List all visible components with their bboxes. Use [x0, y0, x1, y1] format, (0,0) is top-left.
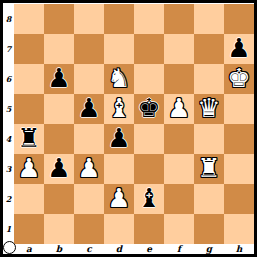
square-f3[interactable]: [164, 154, 194, 184]
square-d4[interactable]: ♟: [104, 124, 134, 154]
square-c3[interactable]: ♟: [74, 154, 104, 184]
square-b6[interactable]: ♟: [44, 64, 74, 94]
square-e8[interactable]: [134, 4, 164, 34]
square-a1[interactable]: [14, 214, 44, 244]
rank-label-4: 4: [3, 124, 14, 154]
rank-labels: 87654321: [3, 4, 14, 244]
square-d1[interactable]: [104, 214, 134, 244]
square-c8[interactable]: [74, 4, 104, 34]
file-label-a: a: [14, 244, 44, 254]
square-c1[interactable]: [74, 214, 104, 244]
rank-label-6: 6: [3, 64, 14, 94]
square-h3[interactable]: [224, 154, 254, 184]
rank-label-1: 1: [3, 214, 14, 244]
square-e1[interactable]: [134, 214, 164, 244]
piece-black-bishop[interactable]: ♝: [137, 185, 160, 211]
square-g3[interactable]: ♜: [194, 154, 224, 184]
square-a5[interactable]: [14, 94, 44, 124]
piece-white-pawn[interactable]: ♟: [77, 155, 100, 181]
square-f1[interactable]: [164, 214, 194, 244]
square-c6[interactable]: [74, 64, 104, 94]
piece-white-king[interactable]: ♚: [227, 65, 250, 91]
square-d5[interactable]: ♝: [104, 94, 134, 124]
file-label-e: e: [134, 244, 164, 254]
piece-white-pawn[interactable]: ♟: [167, 95, 190, 121]
rank-label-8: 8: [3, 4, 14, 34]
chess-board: ♟♟♞♚♟♝♚♟♛♜♟♟♟♟♜♟♝: [14, 4, 254, 244]
square-c5[interactable]: ♟: [74, 94, 104, 124]
file-labels: abcdefgh: [14, 244, 254, 254]
piece-black-pawn[interactable]: ♟: [47, 155, 70, 181]
square-g5[interactable]: ♛: [194, 94, 224, 124]
square-b2[interactable]: [44, 184, 74, 214]
piece-black-pawn[interactable]: ♟: [77, 95, 100, 121]
square-a4[interactable]: ♜: [14, 124, 44, 154]
chess-diagram: 87654321 ♟♟♞♚♟♝♚♟♛♜♟♟♟♟♜♟♝ abcdefgh: [0, 0, 257, 257]
file-label-d: d: [104, 244, 134, 254]
square-a7[interactable]: [14, 34, 44, 64]
square-g7[interactable]: [194, 34, 224, 64]
square-g2[interactable]: [194, 184, 224, 214]
square-h5[interactable]: [224, 94, 254, 124]
square-e2[interactable]: ♝: [134, 184, 164, 214]
square-f6[interactable]: [164, 64, 194, 94]
square-f2[interactable]: [164, 184, 194, 214]
file-label-b: b: [44, 244, 74, 254]
square-b5[interactable]: [44, 94, 74, 124]
square-c4[interactable]: [74, 124, 104, 154]
square-h1[interactable]: [224, 214, 254, 244]
piece-black-pawn[interactable]: ♟: [107, 125, 130, 151]
square-b4[interactable]: [44, 124, 74, 154]
square-h7[interactable]: ♟: [224, 34, 254, 64]
square-d7[interactable]: [104, 34, 134, 64]
rank-label-7: 7: [3, 34, 14, 64]
piece-white-queen[interactable]: ♛: [197, 95, 220, 121]
square-g6[interactable]: [194, 64, 224, 94]
square-f5[interactable]: ♟: [164, 94, 194, 124]
file-label-f: f: [164, 244, 194, 254]
piece-black-king[interactable]: ♚: [137, 95, 160, 121]
square-c7[interactable]: [74, 34, 104, 64]
square-h2[interactable]: [224, 184, 254, 214]
square-e6[interactable]: [134, 64, 164, 94]
rank-label-5: 5: [3, 94, 14, 124]
square-c2[interactable]: [74, 184, 104, 214]
piece-white-pawn[interactable]: ♟: [17, 155, 40, 181]
square-a8[interactable]: [14, 4, 44, 34]
square-b3[interactable]: ♟: [44, 154, 74, 184]
piece-black-pawn[interactable]: ♟: [47, 65, 70, 91]
square-b8[interactable]: [44, 4, 74, 34]
square-e3[interactable]: [134, 154, 164, 184]
piece-white-knight[interactable]: ♞: [107, 65, 130, 91]
square-g1[interactable]: [194, 214, 224, 244]
square-f8[interactable]: [164, 4, 194, 34]
square-h4[interactable]: [224, 124, 254, 154]
square-e5[interactable]: ♚: [134, 94, 164, 124]
piece-white-rook[interactable]: ♜: [197, 155, 220, 181]
square-d2[interactable]: ♟: [104, 184, 134, 214]
piece-black-pawn[interactable]: ♟: [227, 35, 250, 61]
square-d8[interactable]: [104, 4, 134, 34]
file-label-g: g: [194, 244, 224, 254]
square-f7[interactable]: [164, 34, 194, 64]
square-b1[interactable]: [44, 214, 74, 244]
piece-black-rook[interactable]: ♜: [17, 125, 40, 151]
square-h8[interactable]: [224, 4, 254, 34]
square-h6[interactable]: ♚: [224, 64, 254, 94]
square-e4[interactable]: [134, 124, 164, 154]
file-label-c: c: [74, 244, 104, 254]
piece-white-bishop[interactable]: ♝: [107, 95, 130, 121]
white-to-move-indicator: [3, 241, 16, 254]
file-label-h: h: [224, 244, 254, 254]
rank-label-3: 3: [3, 154, 14, 184]
square-e7[interactable]: [134, 34, 164, 64]
square-d3[interactable]: [104, 154, 134, 184]
square-g4[interactable]: [194, 124, 224, 154]
square-f4[interactable]: [164, 124, 194, 154]
rank-label-2: 2: [3, 184, 14, 214]
square-d6[interactable]: ♞: [104, 64, 134, 94]
square-b7[interactable]: [44, 34, 74, 64]
piece-white-pawn[interactable]: ♟: [107, 185, 130, 211]
square-a3[interactable]: ♟: [14, 154, 44, 184]
square-g8[interactable]: [194, 4, 224, 34]
square-a6[interactable]: [14, 64, 44, 94]
square-a2[interactable]: [14, 184, 44, 214]
